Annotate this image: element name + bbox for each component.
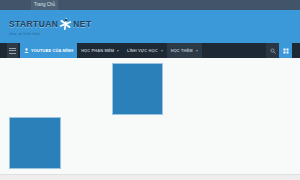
nav-item-linh-vuc-hoc[interactable]: LĨNH VỰC HỌC: [123, 43, 167, 58]
search-icon: [270, 48, 276, 54]
hamburger-icon[interactable]: [7, 43, 18, 58]
logo-tagline: chia sẻ kiến thức: [9, 32, 92, 36]
search-button[interactable]: [266, 43, 279, 58]
nav-item-label: HỌC THÊM: [171, 48, 193, 53]
logo-text-primary: STARTUAN: [9, 19, 58, 29]
apps-button[interactable]: [279, 43, 292, 58]
site-logo[interactable]: STARTUAN NET chia sẻ kiến thức: [9, 16, 92, 36]
chevron-down-icon: [196, 50, 198, 52]
top-bar: Trang Chủ: [0, 0, 300, 10]
chevron-down-icon: [117, 50, 119, 52]
chevron-down-icon: [161, 50, 163, 52]
main-nav: YOUTUBE CỦA MÌNH HỌC PHẦN MỀM LĨNH VỰC H…: [0, 43, 300, 58]
logo-text-suffix: NET: [73, 19, 91, 29]
nav-item-youtube[interactable]: YOUTUBE CỦA MÌNH: [20, 43, 77, 58]
nav-spacer: [202, 43, 266, 58]
footer-strip: [0, 174, 300, 180]
site-header: STARTUAN NET chia sẻ kiến thức: [0, 10, 300, 43]
topbar-home-link[interactable]: Trang Chủ: [31, 0, 58, 10]
image-placeholder[interactable]: [9, 117, 61, 169]
grid-icon: [283, 48, 289, 54]
nav-item-label: LĨNH VỰC HỌC: [127, 48, 158, 53]
nav-item-label: YOUTUBE CỦA MÌNH: [31, 48, 73, 53]
nav-item-hoc-phan-mem[interactable]: HỌC PHẦN MỀM: [77, 43, 123, 58]
image-placeholder[interactable]: [112, 63, 163, 115]
nav-item-label: HỌC PHẦN MỀM: [81, 48, 114, 53]
starburst-figure-icon: [58, 16, 73, 32]
user-icon: [24, 48, 29, 53]
post-grid: [0, 58, 300, 174]
nav-item-hoc-them[interactable]: HỌC THÊM: [167, 43, 202, 58]
